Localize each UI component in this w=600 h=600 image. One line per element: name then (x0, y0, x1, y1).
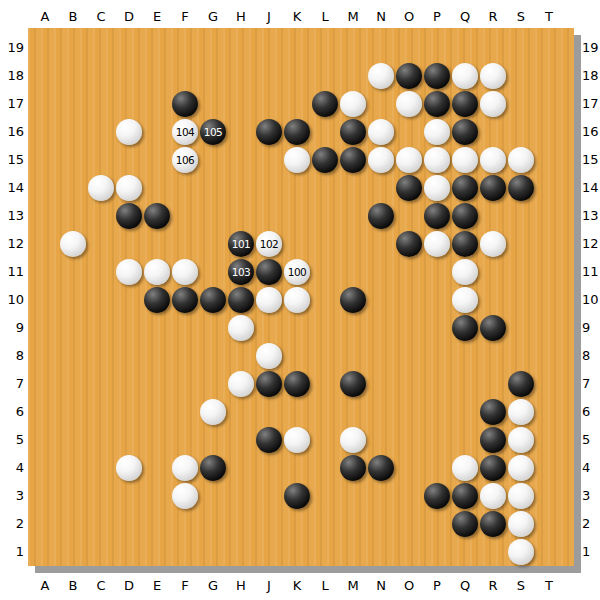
intersection-F18[interactable] (171, 62, 199, 90)
intersection-L5[interactable] (311, 426, 339, 454)
intersection-N2[interactable] (367, 510, 395, 538)
intersection-S17[interactable] (507, 90, 535, 118)
intersection-P8[interactable] (423, 342, 451, 370)
intersection-Q6[interactable] (451, 398, 479, 426)
intersection-L3[interactable] (311, 482, 339, 510)
intersection-T16[interactable] (535, 118, 563, 146)
intersection-B4[interactable] (59, 454, 87, 482)
intersection-P7[interactable] (423, 370, 451, 398)
intersection-C4[interactable] (87, 454, 115, 482)
intersection-R1[interactable] (479, 538, 507, 566)
intersection-B9[interactable] (59, 314, 87, 342)
intersection-E10[interactable] (143, 286, 171, 314)
intersection-N7[interactable] (367, 370, 395, 398)
intersection-O2[interactable] (395, 510, 423, 538)
intersection-E4[interactable] (143, 454, 171, 482)
intersection-H12[interactable]: 101 (227, 230, 255, 258)
intersection-G15[interactable] (199, 146, 227, 174)
intersection-K9[interactable] (283, 314, 311, 342)
intersection-F15[interactable]: 106 (171, 146, 199, 174)
intersection-G1[interactable] (199, 538, 227, 566)
intersection-H7[interactable] (227, 370, 255, 398)
intersection-R18[interactable] (479, 62, 507, 90)
intersection-L9[interactable] (311, 314, 339, 342)
intersection-P2[interactable] (423, 510, 451, 538)
intersection-D15[interactable] (115, 146, 143, 174)
intersection-C17[interactable] (87, 90, 115, 118)
intersection-S8[interactable] (507, 342, 535, 370)
intersection-K19[interactable] (283, 34, 311, 62)
intersection-P6[interactable] (423, 398, 451, 426)
intersection-R12[interactable] (479, 230, 507, 258)
intersection-S12[interactable] (507, 230, 535, 258)
intersection-H14[interactable] (227, 174, 255, 202)
intersection-C19[interactable] (87, 34, 115, 62)
intersection-Q15[interactable] (451, 146, 479, 174)
intersection-B10[interactable] (59, 286, 87, 314)
intersection-L1[interactable] (311, 538, 339, 566)
intersection-M3[interactable] (339, 482, 367, 510)
intersection-N13[interactable] (367, 202, 395, 230)
intersection-O8[interactable] (395, 342, 423, 370)
intersection-D12[interactable] (115, 230, 143, 258)
intersection-T6[interactable] (535, 398, 563, 426)
intersection-C3[interactable] (87, 482, 115, 510)
intersection-J17[interactable] (255, 90, 283, 118)
intersection-J19[interactable] (255, 34, 283, 62)
intersection-P17[interactable] (423, 90, 451, 118)
intersection-K7[interactable] (283, 370, 311, 398)
intersection-D7[interactable] (115, 370, 143, 398)
intersection-B15[interactable] (59, 146, 87, 174)
intersection-A5[interactable] (31, 426, 59, 454)
intersection-P10[interactable] (423, 286, 451, 314)
intersection-T5[interactable] (535, 426, 563, 454)
intersection-Q2[interactable] (451, 510, 479, 538)
intersection-S18[interactable] (507, 62, 535, 90)
intersection-H5[interactable] (227, 426, 255, 454)
intersection-H17[interactable] (227, 90, 255, 118)
intersection-J16[interactable] (255, 118, 283, 146)
intersection-N6[interactable] (367, 398, 395, 426)
intersection-R16[interactable] (479, 118, 507, 146)
intersection-S1[interactable] (507, 538, 535, 566)
intersection-F12[interactable] (171, 230, 199, 258)
intersection-O11[interactable] (395, 258, 423, 286)
intersection-M11[interactable] (339, 258, 367, 286)
intersection-F17[interactable] (171, 90, 199, 118)
intersection-L17[interactable] (311, 90, 339, 118)
intersection-N12[interactable] (367, 230, 395, 258)
intersection-O10[interactable] (395, 286, 423, 314)
intersection-M9[interactable] (339, 314, 367, 342)
intersection-F5[interactable] (171, 426, 199, 454)
intersection-T1[interactable] (535, 538, 563, 566)
intersection-B7[interactable] (59, 370, 87, 398)
intersection-D3[interactable] (115, 482, 143, 510)
intersection-C2[interactable] (87, 510, 115, 538)
intersection-K13[interactable] (283, 202, 311, 230)
intersection-C18[interactable] (87, 62, 115, 90)
intersection-J4[interactable] (255, 454, 283, 482)
intersection-H15[interactable] (227, 146, 255, 174)
intersection-N15[interactable] (367, 146, 395, 174)
intersection-C9[interactable] (87, 314, 115, 342)
intersection-F7[interactable] (171, 370, 199, 398)
intersection-M4[interactable] (339, 454, 367, 482)
intersection-D1[interactable] (115, 538, 143, 566)
intersection-S2[interactable] (507, 510, 535, 538)
intersection-L2[interactable] (311, 510, 339, 538)
intersection-L11[interactable] (311, 258, 339, 286)
intersection-S7[interactable] (507, 370, 535, 398)
intersection-E18[interactable] (143, 62, 171, 90)
intersection-G7[interactable] (199, 370, 227, 398)
intersection-J7[interactable] (255, 370, 283, 398)
intersection-D11[interactable] (115, 258, 143, 286)
intersection-R19[interactable] (479, 34, 507, 62)
intersection-G10[interactable] (199, 286, 227, 314)
intersection-L13[interactable] (311, 202, 339, 230)
intersection-B12[interactable] (59, 230, 87, 258)
intersection-G6[interactable] (199, 398, 227, 426)
intersection-R17[interactable] (479, 90, 507, 118)
intersection-S4[interactable] (507, 454, 535, 482)
intersection-R13[interactable] (479, 202, 507, 230)
intersection-H8[interactable] (227, 342, 255, 370)
intersection-J15[interactable] (255, 146, 283, 174)
intersection-T8[interactable] (535, 342, 563, 370)
intersection-E15[interactable] (143, 146, 171, 174)
intersection-M6[interactable] (339, 398, 367, 426)
intersection-Q4[interactable] (451, 454, 479, 482)
intersection-M14[interactable] (339, 174, 367, 202)
intersection-T17[interactable] (535, 90, 563, 118)
intersection-D4[interactable] (115, 454, 143, 482)
intersection-M18[interactable] (339, 62, 367, 90)
intersection-O3[interactable] (395, 482, 423, 510)
intersection-H3[interactable] (227, 482, 255, 510)
intersection-T13[interactable] (535, 202, 563, 230)
intersection-A11[interactable] (31, 258, 59, 286)
intersection-K18[interactable] (283, 62, 311, 90)
intersection-M17[interactable] (339, 90, 367, 118)
intersection-E11[interactable] (143, 258, 171, 286)
intersection-P16[interactable] (423, 118, 451, 146)
intersection-J12[interactable]: 102 (255, 230, 283, 258)
intersection-Q17[interactable] (451, 90, 479, 118)
intersection-J9[interactable] (255, 314, 283, 342)
intersection-C16[interactable] (87, 118, 115, 146)
intersection-J10[interactable] (255, 286, 283, 314)
intersection-K5[interactable] (283, 426, 311, 454)
intersection-N16[interactable] (367, 118, 395, 146)
intersection-C14[interactable] (87, 174, 115, 202)
intersection-A2[interactable] (31, 510, 59, 538)
intersection-B13[interactable] (59, 202, 87, 230)
intersection-L16[interactable] (311, 118, 339, 146)
intersection-O15[interactable] (395, 146, 423, 174)
intersection-A4[interactable] (31, 454, 59, 482)
intersection-D5[interactable] (115, 426, 143, 454)
intersection-A3[interactable] (31, 482, 59, 510)
intersection-K2[interactable] (283, 510, 311, 538)
intersection-J6[interactable] (255, 398, 283, 426)
intersection-E1[interactable] (143, 538, 171, 566)
intersection-E19[interactable] (143, 34, 171, 62)
intersection-G17[interactable] (199, 90, 227, 118)
intersection-N1[interactable] (367, 538, 395, 566)
intersection-K1[interactable] (283, 538, 311, 566)
intersection-L7[interactable] (311, 370, 339, 398)
intersection-G18[interactable] (199, 62, 227, 90)
intersection-O6[interactable] (395, 398, 423, 426)
intersection-L14[interactable] (311, 174, 339, 202)
intersection-M5[interactable] (339, 426, 367, 454)
intersection-Q12[interactable] (451, 230, 479, 258)
intersection-S19[interactable] (507, 34, 535, 62)
intersection-M13[interactable] (339, 202, 367, 230)
intersection-H19[interactable] (227, 34, 255, 62)
intersection-C15[interactable] (87, 146, 115, 174)
intersection-J11[interactable] (255, 258, 283, 286)
intersection-A16[interactable] (31, 118, 59, 146)
intersection-Q3[interactable] (451, 482, 479, 510)
intersection-S9[interactable] (507, 314, 535, 342)
intersection-R10[interactable] (479, 286, 507, 314)
intersection-J8[interactable] (255, 342, 283, 370)
intersection-A18[interactable] (31, 62, 59, 90)
intersection-S3[interactable] (507, 482, 535, 510)
intersection-L6[interactable] (311, 398, 339, 426)
intersection-R2[interactable] (479, 510, 507, 538)
intersection-P1[interactable] (423, 538, 451, 566)
intersection-F6[interactable] (171, 398, 199, 426)
intersection-G9[interactable] (199, 314, 227, 342)
intersection-A19[interactable] (31, 34, 59, 62)
intersection-K3[interactable] (283, 482, 311, 510)
intersection-K8[interactable] (283, 342, 311, 370)
intersection-N17[interactable] (367, 90, 395, 118)
intersection-B18[interactable] (59, 62, 87, 90)
intersection-P19[interactable] (423, 34, 451, 62)
intersection-R11[interactable] (479, 258, 507, 286)
intersection-O1[interactable] (395, 538, 423, 566)
intersection-F8[interactable] (171, 342, 199, 370)
intersection-F16[interactable]: 104 (171, 118, 199, 146)
intersection-E8[interactable] (143, 342, 171, 370)
intersection-B3[interactable] (59, 482, 87, 510)
intersection-F2[interactable] (171, 510, 199, 538)
intersection-K17[interactable] (283, 90, 311, 118)
intersection-D18[interactable] (115, 62, 143, 90)
intersection-O5[interactable] (395, 426, 423, 454)
intersection-E13[interactable] (143, 202, 171, 230)
intersection-B8[interactable] (59, 342, 87, 370)
intersection-A10[interactable] (31, 286, 59, 314)
intersection-D6[interactable] (115, 398, 143, 426)
intersection-R4[interactable] (479, 454, 507, 482)
intersection-S14[interactable] (507, 174, 535, 202)
intersection-K6[interactable] (283, 398, 311, 426)
intersection-R3[interactable] (479, 482, 507, 510)
intersection-M15[interactable] (339, 146, 367, 174)
intersection-C13[interactable] (87, 202, 115, 230)
intersection-A17[interactable] (31, 90, 59, 118)
intersection-D14[interactable] (115, 174, 143, 202)
intersection-P14[interactable] (423, 174, 451, 202)
intersection-L12[interactable] (311, 230, 339, 258)
intersection-S5[interactable] (507, 426, 535, 454)
intersection-Q11[interactable] (451, 258, 479, 286)
intersection-G16[interactable]: 105 (199, 118, 227, 146)
intersection-M7[interactable] (339, 370, 367, 398)
intersection-L8[interactable] (311, 342, 339, 370)
intersection-G19[interactable] (199, 34, 227, 62)
intersection-M2[interactable] (339, 510, 367, 538)
intersection-O18[interactable] (395, 62, 423, 90)
intersection-T9[interactable] (535, 314, 563, 342)
intersection-A12[interactable] (31, 230, 59, 258)
intersection-G4[interactable] (199, 454, 227, 482)
intersection-L15[interactable] (311, 146, 339, 174)
intersection-H10[interactable] (227, 286, 255, 314)
intersection-H18[interactable] (227, 62, 255, 90)
intersection-T18[interactable] (535, 62, 563, 90)
intersection-P12[interactable] (423, 230, 451, 258)
intersection-E9[interactable] (143, 314, 171, 342)
intersection-A7[interactable] (31, 370, 59, 398)
intersection-G5[interactable] (199, 426, 227, 454)
intersection-O16[interactable] (395, 118, 423, 146)
intersection-E14[interactable] (143, 174, 171, 202)
intersection-O17[interactable] (395, 90, 423, 118)
intersection-R15[interactable] (479, 146, 507, 174)
intersection-C6[interactable] (87, 398, 115, 426)
intersection-D2[interactable] (115, 510, 143, 538)
intersection-L19[interactable] (311, 34, 339, 62)
intersection-F19[interactable] (171, 34, 199, 62)
intersection-B14[interactable] (59, 174, 87, 202)
intersection-N9[interactable] (367, 314, 395, 342)
intersection-S16[interactable] (507, 118, 535, 146)
intersection-E3[interactable] (143, 482, 171, 510)
intersection-O12[interactable] (395, 230, 423, 258)
intersection-J14[interactable] (255, 174, 283, 202)
intersection-G13[interactable] (199, 202, 227, 230)
intersection-S11[interactable] (507, 258, 535, 286)
intersection-T14[interactable] (535, 174, 563, 202)
intersection-H2[interactable] (227, 510, 255, 538)
intersection-E12[interactable] (143, 230, 171, 258)
intersection-T4[interactable] (535, 454, 563, 482)
intersection-B1[interactable] (59, 538, 87, 566)
intersection-M10[interactable] (339, 286, 367, 314)
intersection-A9[interactable] (31, 314, 59, 342)
intersection-N10[interactable] (367, 286, 395, 314)
intersection-A8[interactable] (31, 342, 59, 370)
intersection-D19[interactable] (115, 34, 143, 62)
intersection-C10[interactable] (87, 286, 115, 314)
intersection-F10[interactable] (171, 286, 199, 314)
intersection-P18[interactable] (423, 62, 451, 90)
intersection-E5[interactable] (143, 426, 171, 454)
intersection-J13[interactable] (255, 202, 283, 230)
intersection-M16[interactable] (339, 118, 367, 146)
intersection-S6[interactable] (507, 398, 535, 426)
intersection-O14[interactable] (395, 174, 423, 202)
intersection-N18[interactable] (367, 62, 395, 90)
intersection-M8[interactable] (339, 342, 367, 370)
intersection-C7[interactable] (87, 370, 115, 398)
intersection-M19[interactable] (339, 34, 367, 62)
intersection-Q10[interactable] (451, 286, 479, 314)
intersection-N19[interactable] (367, 34, 395, 62)
intersection-N4[interactable] (367, 454, 395, 482)
intersection-P4[interactable] (423, 454, 451, 482)
intersection-K12[interactable] (283, 230, 311, 258)
intersection-A13[interactable] (31, 202, 59, 230)
intersection-C5[interactable] (87, 426, 115, 454)
intersection-N3[interactable] (367, 482, 395, 510)
intersection-H11[interactable]: 103 (227, 258, 255, 286)
intersection-K11[interactable]: 100 (283, 258, 311, 286)
intersection-O9[interactable] (395, 314, 423, 342)
intersection-L18[interactable] (311, 62, 339, 90)
intersection-K14[interactable] (283, 174, 311, 202)
intersection-O7[interactable] (395, 370, 423, 398)
intersection-S15[interactable] (507, 146, 535, 174)
intersection-R6[interactable] (479, 398, 507, 426)
intersection-Q7[interactable] (451, 370, 479, 398)
intersection-B17[interactable] (59, 90, 87, 118)
intersection-Q5[interactable] (451, 426, 479, 454)
intersection-Q19[interactable] (451, 34, 479, 62)
intersection-F13[interactable] (171, 202, 199, 230)
intersection-P5[interactable] (423, 426, 451, 454)
intersection-G8[interactable] (199, 342, 227, 370)
intersection-B6[interactable] (59, 398, 87, 426)
intersection-K10[interactable] (283, 286, 311, 314)
intersection-O4[interactable] (395, 454, 423, 482)
intersection-J3[interactable] (255, 482, 283, 510)
intersection-N11[interactable] (367, 258, 395, 286)
intersection-T2[interactable] (535, 510, 563, 538)
intersection-H1[interactable] (227, 538, 255, 566)
intersection-G14[interactable] (199, 174, 227, 202)
intersection-F3[interactable] (171, 482, 199, 510)
intersection-F14[interactable] (171, 174, 199, 202)
intersection-T10[interactable] (535, 286, 563, 314)
intersection-O13[interactable] (395, 202, 423, 230)
intersection-G2[interactable] (199, 510, 227, 538)
intersection-E2[interactable] (143, 510, 171, 538)
intersection-Q16[interactable] (451, 118, 479, 146)
intersection-L4[interactable] (311, 454, 339, 482)
intersection-S10[interactable] (507, 286, 535, 314)
intersection-Q18[interactable] (451, 62, 479, 90)
intersection-D8[interactable] (115, 342, 143, 370)
intersection-R8[interactable] (479, 342, 507, 370)
intersection-D10[interactable] (115, 286, 143, 314)
intersection-P15[interactable] (423, 146, 451, 174)
intersection-P11[interactable] (423, 258, 451, 286)
intersection-K16[interactable] (283, 118, 311, 146)
intersection-N5[interactable] (367, 426, 395, 454)
intersection-T15[interactable] (535, 146, 563, 174)
intersection-C8[interactable] (87, 342, 115, 370)
intersection-Q13[interactable] (451, 202, 479, 230)
